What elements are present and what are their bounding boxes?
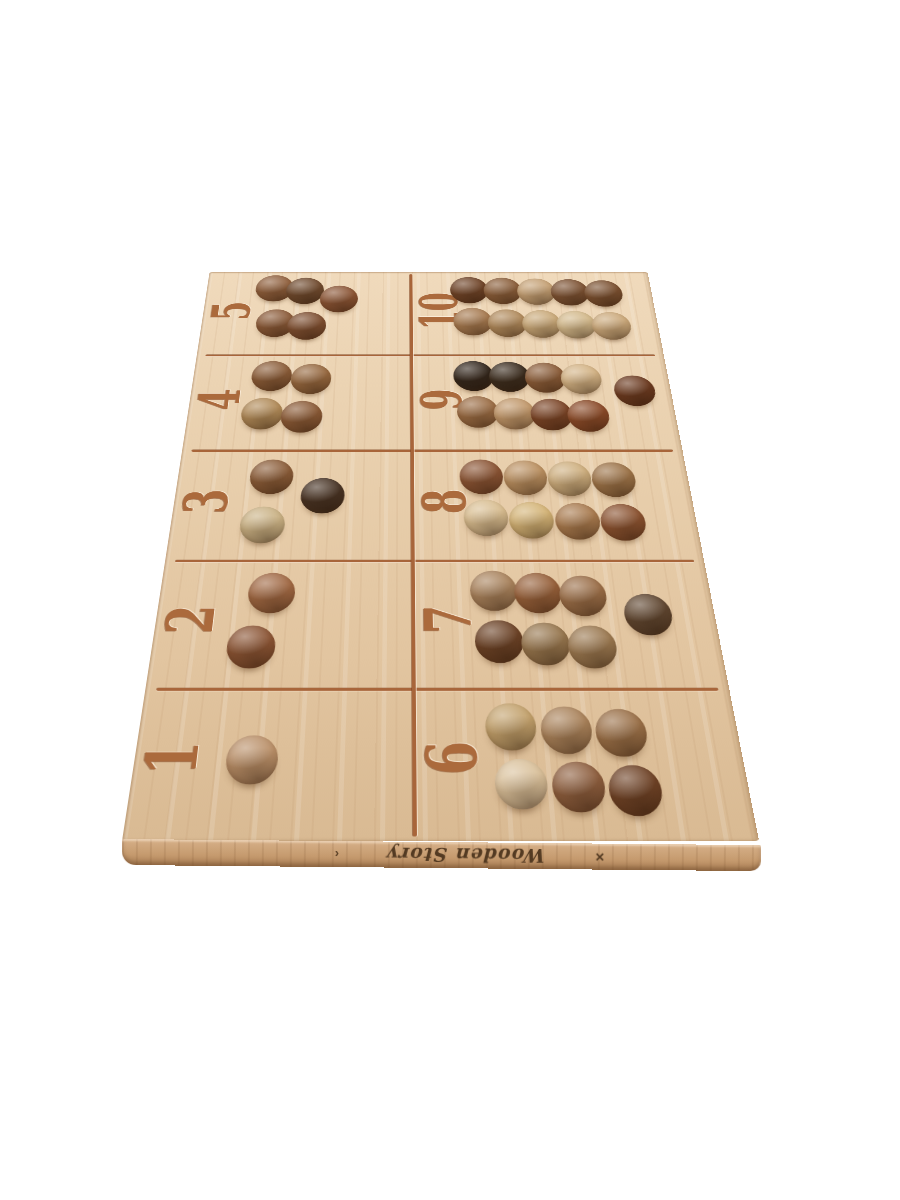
wooden-ball[interactable] (299, 478, 345, 514)
row-divider-groove (175, 560, 694, 562)
board-row: 38 (165, 451, 704, 561)
wooden-ball[interactable] (513, 573, 563, 613)
product-photo-background: 51049382716 ✕ Wooden Story ‹ (0, 0, 900, 1200)
wooden-ball[interactable] (285, 278, 325, 304)
brand-engraving: ✕ Wooden Story ‹ (334, 844, 604, 867)
wooden-ball[interactable] (559, 364, 603, 394)
wooden-ball[interactable] (494, 759, 550, 810)
wooden-ball[interactable] (598, 504, 648, 541)
board-row: 16 (122, 689, 759, 841)
wooden-ball[interactable] (590, 312, 633, 340)
board-row: 49 (182, 356, 683, 451)
wooden-ball[interactable] (319, 286, 358, 313)
cell-8: 8 (412, 451, 704, 561)
wooden-ball[interactable] (508, 502, 556, 539)
wooden-ball[interactable] (503, 460, 549, 495)
wooden-ball[interactable] (224, 735, 280, 784)
wooden-ball[interactable] (550, 762, 607, 813)
cell-3: 3 (165, 451, 413, 561)
wooden-ball[interactable] (553, 503, 602, 540)
wooden-ball[interactable] (622, 594, 676, 635)
cell-1: 1 (122, 689, 415, 841)
wooden-ball[interactable] (459, 459, 504, 494)
engraved-number-4: 4 (191, 389, 248, 410)
wooden-ball[interactable] (280, 401, 324, 433)
board-front-edge: ✕ Wooden Story ‹ (122, 839, 761, 871)
wooden-ball[interactable] (290, 364, 332, 394)
wooden-ball[interactable] (590, 462, 638, 497)
engraved-number-3: 3 (176, 490, 238, 514)
board-scene: 51049382716 (122, 0, 759, 841)
counting-board: 51049382716 (122, 272, 759, 841)
wooden-ball[interactable] (583, 280, 625, 306)
wooden-ball[interactable] (474, 620, 525, 663)
board-row: 510 (197, 272, 664, 355)
wooden-ball[interactable] (566, 400, 612, 432)
wooden-ball[interactable] (463, 500, 509, 537)
board-row: 27 (145, 561, 729, 689)
row-divider-groove (205, 355, 655, 357)
wooden-ball[interactable] (469, 571, 518, 611)
cell-9: 9 (412, 356, 683, 451)
cell-2: 2 (145, 561, 414, 689)
engraved-number-6: 6 (418, 742, 488, 775)
cell-4: 4 (182, 356, 412, 451)
engraved-number-2: 2 (157, 606, 224, 634)
cell-7: 7 (413, 561, 729, 689)
cell-10: 10 (411, 272, 664, 355)
row-divider-groove (191, 450, 673, 452)
wooden-ball[interactable] (246, 573, 296, 613)
wooden-ball[interactable] (248, 459, 294, 494)
wooden-ball[interactable] (250, 361, 293, 391)
wooden-ball[interactable] (612, 376, 658, 407)
wooden-ball[interactable] (566, 625, 619, 668)
engraved-number-1: 1 (136, 742, 209, 775)
cell-5: 5 (197, 272, 412, 355)
row-divider-groove (156, 688, 718, 691)
brand-logo-text: Wooden Story (387, 844, 546, 868)
wooden-ball[interactable] (606, 765, 665, 816)
wooden-ball[interactable] (593, 709, 650, 757)
wooden-ball[interactable] (484, 703, 538, 751)
brand-arrow-mark: ‹ (334, 847, 338, 861)
wooden-ball[interactable] (520, 623, 572, 666)
wooden-ball[interactable] (238, 506, 286, 543)
wooden-ball[interactable] (225, 625, 277, 668)
brand-x-mark: ✕ (594, 850, 604, 864)
wooden-ball[interactable] (286, 312, 327, 340)
engraved-number-5: 5 (205, 302, 258, 320)
cell-6: 6 (414, 689, 759, 841)
wooden-ball[interactable] (558, 575, 609, 615)
wooden-ball[interactable] (539, 706, 594, 754)
wooden-ball[interactable] (546, 461, 593, 496)
wooden-ball[interactable] (239, 398, 284, 430)
engraved-number-7: 7 (417, 606, 481, 634)
